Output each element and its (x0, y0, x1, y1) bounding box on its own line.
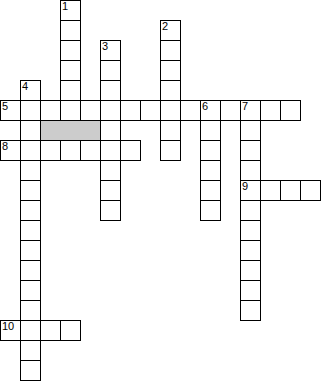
cell-r5c6[interactable] (120, 100, 141, 121)
cell-r5c14[interactable] (280, 100, 301, 121)
clue-number-4: 4 (22, 81, 28, 92)
cell-r7c8[interactable] (160, 140, 181, 161)
clue-number-7: 7 (242, 101, 248, 112)
clue-number-8: 8 (2, 141, 8, 152)
cell-r5c5[interactable] (100, 100, 121, 121)
cell-r15c1[interactable] (20, 300, 41, 321)
cell-r9c14[interactable] (280, 180, 301, 201)
cell-r10c5[interactable] (100, 200, 121, 221)
cell-r16c2[interactable] (40, 320, 61, 341)
cell-r6c1[interactable] (20, 120, 41, 141)
cell-r8c10[interactable] (200, 160, 221, 181)
cell-r10c12[interactable] (240, 200, 261, 221)
clue-number-10: 10 (2, 321, 14, 332)
cell-r5c3[interactable] (60, 100, 81, 121)
crossword-board: 12345678910 (0, 0, 321, 381)
clue-number-1: 1 (62, 1, 68, 12)
cell-r7c5[interactable] (100, 140, 121, 161)
cell-r13c1[interactable] (20, 260, 41, 281)
cell-r10c1[interactable] (20, 200, 41, 221)
cell-r6c12[interactable] (240, 120, 261, 141)
clue-number-2: 2 (162, 21, 168, 32)
cell-r14c12[interactable] (240, 280, 261, 301)
cell-r12c1[interactable] (20, 240, 41, 261)
cell-r18c1[interactable] (20, 360, 41, 381)
cell-r5c7[interactable] (140, 100, 161, 121)
cell-r12c12[interactable] (240, 240, 261, 261)
cell-r2c5[interactable]: 3 (100, 40, 121, 61)
clue-number-5: 5 (2, 101, 8, 112)
cell-r5c11[interactable] (220, 100, 241, 121)
cell-r5c8[interactable] (160, 100, 181, 121)
cell-r14c1[interactable] (20, 280, 41, 301)
cell-r5c9[interactable] (180, 100, 201, 121)
cell-r2c8[interactable] (160, 40, 181, 61)
cell-r11c12[interactable] (240, 220, 261, 241)
clue-number-6: 6 (202, 101, 208, 112)
cell-r10c10[interactable] (200, 200, 221, 221)
cell-r2c3[interactable] (60, 40, 81, 61)
cell-r3c5[interactable] (100, 60, 121, 81)
cell-r6c5[interactable] (100, 120, 121, 141)
cell-r3c3[interactable] (60, 60, 81, 81)
cell-r0c3[interactable]: 1 (60, 0, 81, 21)
cell-r5c4[interactable] (80, 100, 101, 121)
cell-r5c0[interactable]: 5 (0, 100, 21, 121)
clue-number-9: 9 (242, 181, 248, 192)
cell-r7c2[interactable] (40, 140, 61, 161)
cell-r5c1[interactable] (20, 100, 41, 121)
cell-r16c0[interactable]: 10 (0, 320, 21, 341)
shaded-cells-block-r6c2[interactable] (40, 120, 101, 141)
cell-r7c6[interactable] (120, 140, 141, 161)
cell-r5c13[interactable] (260, 100, 281, 121)
cell-r8c12[interactable] (240, 160, 261, 181)
cell-r7c1[interactable] (20, 140, 41, 161)
cell-r5c12[interactable]: 7 (240, 100, 261, 121)
cell-r4c3[interactable] (60, 80, 81, 101)
cell-r9c1[interactable] (20, 180, 41, 201)
cell-r9c12[interactable]: 9 (240, 180, 261, 201)
cell-r7c10[interactable] (200, 140, 221, 161)
cell-r5c10[interactable]: 6 (200, 100, 221, 121)
cell-r4c8[interactable] (160, 80, 181, 101)
cell-r7c3[interactable] (60, 140, 81, 161)
cell-r15c12[interactable] (240, 300, 261, 321)
cell-r1c3[interactable] (60, 20, 81, 41)
cell-r7c12[interactable] (240, 140, 261, 161)
cell-r7c0[interactable]: 8 (0, 140, 21, 161)
clue-number-3: 3 (102, 41, 108, 52)
cell-r5c2[interactable] (40, 100, 61, 121)
cell-r9c10[interactable] (200, 180, 221, 201)
cell-r9c13[interactable] (260, 180, 281, 201)
cell-r16c3[interactable] (60, 320, 81, 341)
cell-r8c5[interactable] (100, 160, 121, 181)
page: 12345678910 (0, 0, 321, 381)
cell-r13c12[interactable] (240, 260, 261, 281)
cell-r3c8[interactable] (160, 60, 181, 81)
cell-r1c8[interactable]: 2 (160, 20, 181, 41)
cell-r8c1[interactable] (20, 160, 41, 181)
cell-r4c5[interactable] (100, 80, 121, 101)
cell-r9c5[interactable] (100, 180, 121, 201)
cell-r6c8[interactable] (160, 120, 181, 141)
cell-r11c1[interactable] (20, 220, 41, 241)
cell-r16c1[interactable] (20, 320, 41, 341)
cell-r7c4[interactable] (80, 140, 101, 161)
cell-r17c1[interactable] (20, 340, 41, 361)
cell-r4c1[interactable]: 4 (20, 80, 41, 101)
cell-r6c10[interactable] (200, 120, 221, 141)
cell-r9c15[interactable] (300, 180, 321, 201)
